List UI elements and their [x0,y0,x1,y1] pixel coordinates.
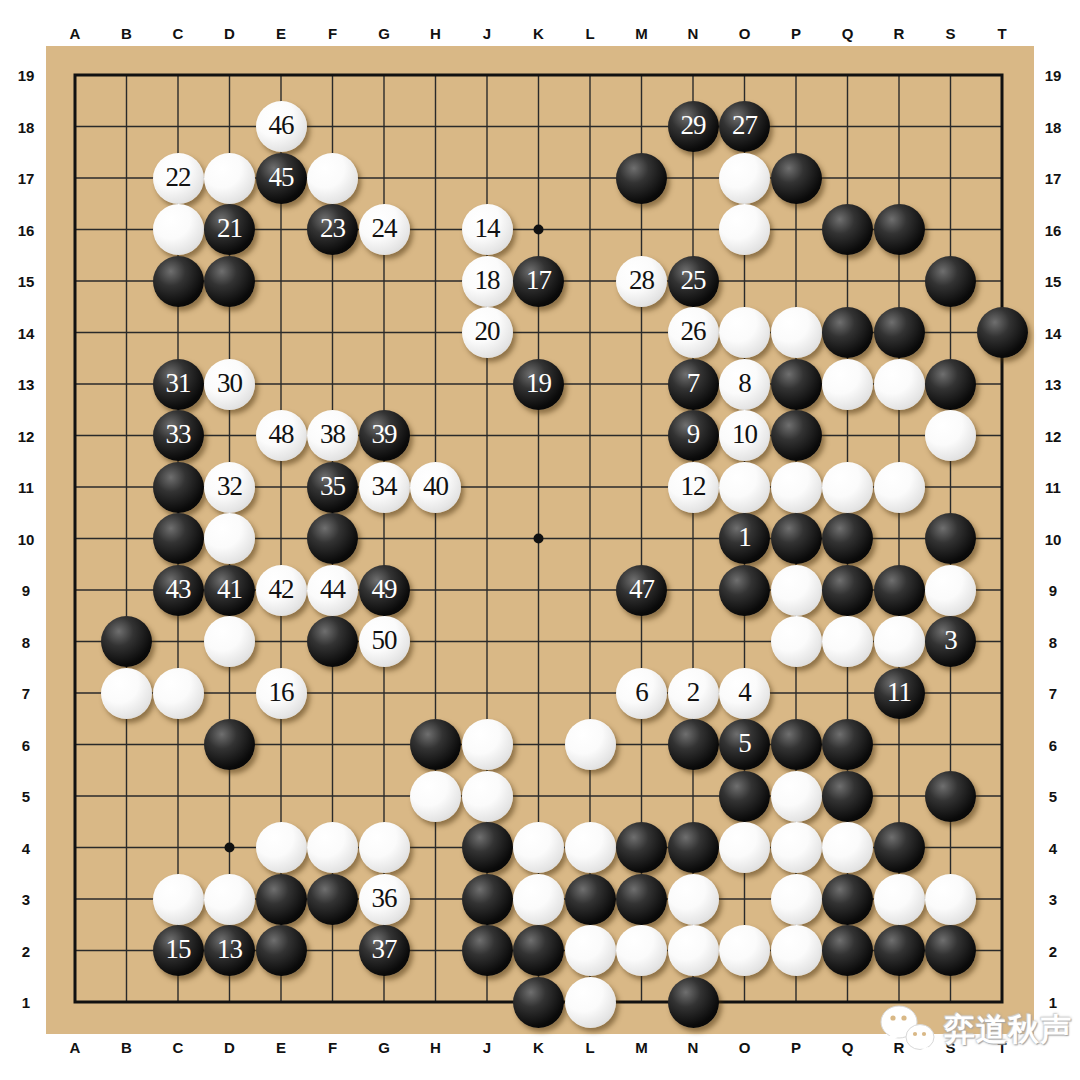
black-stone[interactable] [462,874,513,925]
black-stone[interactable] [822,925,873,976]
black-stone[interactable] [153,462,204,513]
black-stone[interactable]: 37 [359,925,410,976]
black-stone[interactable]: 23 [307,204,358,255]
black-stone[interactable] [153,256,204,307]
move-number: 10 [732,421,757,448]
row-label-left: 18 [18,118,35,135]
white-stone[interactable]: 16 [256,668,307,719]
move-number: 4 [738,679,751,706]
column-label-top: N [688,25,699,42]
white-stone[interactable] [513,874,564,925]
column-label-top: G [378,25,390,42]
black-stone[interactable]: 47 [616,565,667,616]
row-label-left: 2 [22,942,30,959]
row-label-right: 8 [1049,633,1057,650]
black-stone[interactable] [822,874,873,925]
black-stone[interactable] [668,977,719,1028]
column-label-bottom: Q [842,1039,854,1056]
column-label-top: P [791,25,801,42]
black-stone[interactable]: 9 [668,410,719,461]
black-stone[interactable] [822,719,873,770]
white-stone[interactable] [719,307,770,358]
row-label-right: 3 [1049,891,1057,908]
black-stone[interactable] [513,925,564,976]
white-stone[interactable] [771,874,822,925]
white-stone[interactable] [668,925,719,976]
white-stone[interactable] [874,874,925,925]
white-stone[interactable] [307,822,358,873]
column-label-top: T [997,25,1006,42]
black-stone[interactable]: 45 [256,153,307,204]
white-stone[interactable]: 8 [719,359,770,410]
row-label-right: 13 [1045,376,1062,393]
black-stone[interactable] [719,565,770,616]
white-stone[interactable]: 32 [204,462,255,513]
black-stone[interactable] [307,874,358,925]
column-label-bottom: N [688,1039,699,1056]
column-label-top: M [635,25,648,42]
white-stone[interactable]: 10 [719,410,770,461]
move-number: 23 [320,215,345,242]
move-number: 12 [681,473,706,500]
white-stone[interactable]: 18 [462,256,513,307]
black-stone[interactable] [925,256,976,307]
white-stone[interactable] [565,977,616,1028]
black-stone[interactable] [668,719,719,770]
column-label-bottom: L [585,1039,594,1056]
white-stone[interactable]: 40 [410,462,461,513]
black-stone[interactable] [925,925,976,976]
column-label-bottom: P [791,1039,801,1056]
move-number: 14 [475,215,500,242]
white-stone[interactable] [565,822,616,873]
white-stone[interactable] [359,822,410,873]
white-stone[interactable] [565,925,616,976]
black-stone[interactable] [822,513,873,564]
row-label-left: 14 [18,324,35,341]
row-label-right: 17 [1045,170,1062,187]
column-label-top: H [430,25,441,42]
white-stone[interactable]: 50 [359,616,410,667]
move-number: 49 [372,576,397,603]
black-stone[interactable]: 7 [668,359,719,410]
white-stone[interactable]: 38 [307,410,358,461]
stone-grid: 4629272245212324141817282520263130197833… [49,49,1028,1028]
column-label-bottom: B [121,1039,132,1056]
move-number: 17 [526,267,551,294]
black-stone[interactable] [616,153,667,204]
black-stone[interactable] [616,822,667,873]
white-stone[interactable]: 34 [359,462,410,513]
move-number: 3 [944,627,957,654]
black-stone[interactable]: 19 [513,359,564,410]
column-label-top: L [585,25,594,42]
row-label-right: 4 [1049,839,1057,856]
black-stone[interactable]: 21 [204,204,255,255]
black-stone[interactable] [977,307,1028,358]
white-stone[interactable] [925,874,976,925]
white-stone[interactable] [256,822,307,873]
black-stone[interactable] [410,719,461,770]
white-stone[interactable]: 4 [719,668,770,719]
white-stone[interactable] [101,668,152,719]
move-number: 34 [372,473,397,500]
column-label-top: F [328,25,337,42]
white-stone[interactable] [204,874,255,925]
white-stone[interactable]: 44 [307,565,358,616]
goban: 4629272245212324141817282520263130197833… [46,46,1034,1034]
row-label-right: 12 [1045,427,1062,444]
black-stone[interactable] [307,616,358,667]
row-label-left: 10 [18,530,35,547]
column-label-top: O [739,25,751,42]
move-number: 27 [732,112,757,139]
move-number: 22 [166,164,191,191]
row-label-left: 1 [22,994,30,1011]
white-stone[interactable]: 14 [462,204,513,255]
row-label-left: 19 [18,67,35,84]
move-number: 2 [687,679,700,706]
white-stone[interactable] [771,925,822,976]
black-stone[interactable]: 3 [925,616,976,667]
row-label-left: 4 [22,839,30,856]
move-number: 28 [629,267,654,294]
black-stone[interactable]: 39 [359,410,410,461]
white-stone[interactable] [719,925,770,976]
white-stone[interactable]: 24 [359,204,410,255]
black-stone[interactable] [771,719,822,770]
white-stone[interactable]: 48 [256,410,307,461]
black-stone[interactable]: 31 [153,359,204,410]
white-stone[interactable] [771,771,822,822]
row-label-right: 16 [1045,221,1062,238]
move-number: 32 [217,473,242,500]
black-stone[interactable] [153,513,204,564]
row-label-right: 10 [1045,530,1062,547]
black-stone[interactable] [307,513,358,564]
white-stone[interactable] [822,462,873,513]
move-number: 11 [887,679,911,706]
column-label-bottom: E [276,1039,286,1056]
move-number: 18 [475,267,500,294]
white-stone[interactable] [874,462,925,513]
white-stone[interactable]: 46 [256,101,307,152]
white-stone[interactable] [874,616,925,667]
move-number: 40 [423,473,448,500]
row-label-right: 15 [1045,273,1062,290]
white-stone[interactable] [204,616,255,667]
column-label-bottom: J [483,1039,491,1056]
black-stone[interactable] [822,307,873,358]
white-stone[interactable]: 6 [616,668,667,719]
white-stone[interactable] [925,410,976,461]
white-stone[interactable]: 42 [256,565,307,616]
black-stone[interactable] [874,204,925,255]
column-label-top: S [945,25,955,42]
column-label-bottom: F [328,1039,337,1056]
black-stone[interactable] [771,359,822,410]
move-number: 50 [372,627,397,654]
column-label-top: B [121,25,132,42]
black-stone[interactable]: 13 [204,925,255,976]
white-stone[interactable] [153,204,204,255]
move-number: 45 [269,164,294,191]
black-stone[interactable]: 49 [359,565,410,616]
row-label-left: 5 [22,788,30,805]
white-stone[interactable] [822,359,873,410]
move-number: 5 [738,730,751,757]
row-label-right: 5 [1049,788,1057,805]
white-stone[interactable]: 30 [204,359,255,410]
column-label-bottom: S [945,1039,955,1056]
row-label-right: 14 [1045,324,1062,341]
white-stone[interactable] [462,719,513,770]
white-stone[interactable] [307,153,358,204]
move-number: 43 [166,576,191,603]
move-number: 29 [681,112,706,139]
move-number: 44 [320,576,345,603]
move-number: 41 [217,576,242,603]
white-stone[interactable] [719,822,770,873]
move-number: 20 [475,318,500,345]
black-stone[interactable] [256,874,307,925]
black-stone[interactable] [874,565,925,616]
row-label-left: 16 [18,221,35,238]
white-stone[interactable] [874,359,925,410]
move-number: 42 [269,576,294,603]
move-number: 1 [738,524,751,551]
move-number: 16 [269,679,294,706]
white-stone[interactable] [719,204,770,255]
white-stone[interactable] [771,307,822,358]
black-stone[interactable]: 43 [153,565,204,616]
white-stone[interactable]: 2 [668,668,719,719]
black-stone[interactable] [462,822,513,873]
black-stone[interactable] [874,307,925,358]
white-stone[interactable] [153,874,204,925]
row-label-left: 15 [18,273,35,290]
black-stone[interactable] [462,925,513,976]
white-stone[interactable] [565,719,616,770]
move-number: 46 [269,112,294,139]
row-label-right: 1 [1049,994,1057,1011]
white-stone[interactable] [822,822,873,873]
white-stone[interactable]: 20 [462,307,513,358]
black-stone[interactable]: 15 [153,925,204,976]
black-stone[interactable] [719,771,770,822]
white-stone[interactable] [771,462,822,513]
column-label-top: J [483,25,491,42]
move-number: 24 [372,215,397,242]
column-label-bottom: C [173,1039,184,1056]
black-stone[interactable] [513,977,564,1028]
black-stone[interactable]: 41 [204,565,255,616]
black-stone[interactable]: 17 [513,256,564,307]
white-stone[interactable] [204,513,255,564]
black-stone[interactable] [925,359,976,410]
black-stone[interactable] [204,719,255,770]
white-stone[interactable] [925,565,976,616]
move-number: 15 [166,936,191,963]
move-number: 21 [217,215,242,242]
row-label-right: 6 [1049,736,1057,753]
column-label-bottom: T [997,1039,1006,1056]
black-stone[interactable] [822,771,873,822]
white-stone[interactable]: 26 [668,307,719,358]
white-stone[interactable] [719,153,770,204]
row-label-right: 2 [1049,942,1057,959]
row-label-left: 11 [18,479,34,496]
move-number: 39 [372,421,397,448]
black-stone[interactable] [874,822,925,873]
white-stone[interactable] [204,153,255,204]
black-stone[interactable]: 5 [719,719,770,770]
column-label-bottom: G [378,1039,390,1056]
white-stone[interactable] [153,668,204,719]
move-number: 25 [681,267,706,294]
row-label-right: 11 [1045,479,1061,496]
white-stone[interactable] [822,616,873,667]
row-label-left: 17 [18,170,35,187]
black-stone[interactable]: 11 [874,668,925,719]
row-label-left: 6 [22,736,30,753]
white-stone[interactable]: 36 [359,874,410,925]
move-number: 33 [166,421,191,448]
white-stone[interactable] [513,822,564,873]
column-label-top: Q [842,25,854,42]
row-label-right: 9 [1049,582,1057,599]
move-number: 13 [217,936,242,963]
black-stone[interactable] [925,771,976,822]
black-stone[interactable]: 33 [153,410,204,461]
white-stone[interactable] [668,874,719,925]
move-number: 36 [372,885,397,912]
black-stone[interactable]: 1 [719,513,770,564]
row-label-right: 19 [1045,67,1062,84]
row-label-left: 9 [22,582,30,599]
column-label-top: E [276,25,286,42]
column-label-top: K [533,25,544,42]
white-stone[interactable] [771,565,822,616]
move-number: 35 [320,473,345,500]
column-label-top: A [70,25,81,42]
black-stone[interactable] [771,153,822,204]
move-number: 47 [629,576,654,603]
column-label-bottom: H [430,1039,441,1056]
white-stone[interactable] [462,771,513,822]
row-label-right: 7 [1049,685,1057,702]
column-label-bottom: D [224,1039,235,1056]
black-stone[interactable] [771,410,822,461]
move-number: 30 [217,370,242,397]
column-label-top: R [894,25,905,42]
black-stone[interactable]: 25 [668,256,719,307]
black-stone[interactable] [616,874,667,925]
column-label-top: D [224,25,235,42]
move-number: 19 [526,370,551,397]
black-stone[interactable] [101,616,152,667]
move-number: 6 [635,679,648,706]
white-stone[interactable] [616,925,667,976]
move-number: 37 [372,936,397,963]
black-stone[interactable] [874,925,925,976]
white-stone[interactable]: 22 [153,153,204,204]
white-stone[interactable]: 12 [668,462,719,513]
column-label-bottom: K [533,1039,544,1056]
row-label-right: 18 [1045,118,1062,135]
white-stone[interactable]: 28 [616,256,667,307]
black-stone[interactable]: 27 [719,101,770,152]
white-stone[interactable] [771,822,822,873]
move-number: 9 [687,421,700,448]
move-number: 48 [269,421,294,448]
move-number: 8 [738,370,751,397]
black-stone[interactable]: 35 [307,462,358,513]
black-stone[interactable] [204,256,255,307]
column-label-bottom: A [70,1039,81,1056]
white-stone[interactable] [771,616,822,667]
white-stone[interactable] [410,771,461,822]
black-stone[interactable] [668,822,719,873]
black-stone[interactable]: 29 [668,101,719,152]
black-stone[interactable] [256,925,307,976]
row-label-left: 13 [18,376,35,393]
white-stone[interactable] [719,462,770,513]
row-label-left: 3 [22,891,30,908]
column-label-bottom: M [635,1039,648,1056]
black-stone[interactable] [565,874,616,925]
black-stone[interactable] [822,565,873,616]
move-number: 31 [166,370,191,397]
column-label-top: C [173,25,184,42]
row-label-left: 8 [22,633,30,650]
row-label-left: 7 [22,685,30,702]
move-number: 26 [681,318,706,345]
black-stone[interactable] [822,204,873,255]
move-number: 38 [320,421,345,448]
black-stone[interactable] [925,513,976,564]
go-diagram: 4629272245212324141817282520263130197833… [0,0,1080,1080]
row-label-left: 12 [18,427,35,444]
column-label-bottom: O [739,1039,751,1056]
move-number: 7 [687,370,700,397]
black-stone[interactable] [771,513,822,564]
column-label-bottom: R [894,1039,905,1056]
